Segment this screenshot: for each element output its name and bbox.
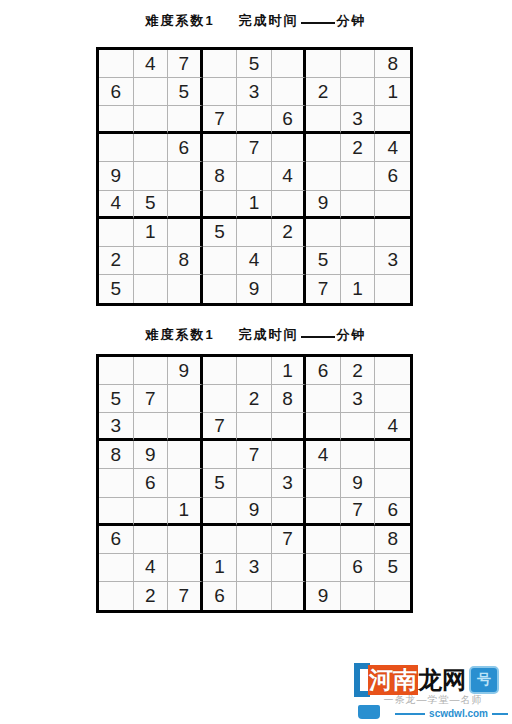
sudoku2-cell-r3c6	[272, 413, 307, 441]
sudoku2-cell-r9c3: 7	[168, 582, 203, 610]
sudoku1-cell-r3c2	[134, 106, 169, 134]
sudoku1-cell-r7c2: 1	[134, 219, 169, 247]
sudoku2-cell-r7c8	[341, 526, 376, 554]
sudoku1-cell-r6c6	[272, 191, 307, 219]
sudoku1-cell-r6c7: 9	[306, 191, 341, 219]
sudoku1-cell-r7c4: 5	[203, 219, 238, 247]
sudoku1-cell-r7c8	[341, 219, 376, 247]
sudoku1-cell-r9c3	[168, 275, 203, 303]
sudoku2-cell-r9c2: 2	[134, 582, 169, 610]
sudoku2-cell-r4c3	[168, 441, 203, 469]
sudoku1-cell-r5c5	[237, 162, 272, 190]
sudoku2-cell-r8c1	[99, 554, 134, 582]
sudoku2-cell-r8c3	[168, 554, 203, 582]
watermark-name-highlight: 河南	[368, 665, 418, 695]
sudoku2-cell-r2c3	[168, 385, 203, 413]
sudoku1-cell-r2c8	[341, 78, 376, 106]
sudoku2-cell-r9c1	[99, 582, 134, 610]
sudoku2-cell-r5c8: 9	[341, 469, 376, 497]
sudoku1-cell-r1c2: 4	[134, 50, 169, 78]
sudoku1-cell-r2c1: 6	[99, 78, 134, 106]
sudoku2-cell-r5c4: 5	[203, 469, 238, 497]
sudoku1-cell-r6c5: 1	[237, 191, 272, 219]
sudoku1-cell-r9c2	[134, 275, 169, 303]
sudoku1-cell-r5c9: 6	[375, 162, 410, 190]
sudoku1-cell-r2c5: 3	[237, 78, 272, 106]
puzzle-2-time-label: 完成时间	[239, 327, 299, 342]
sudoku2-cell-r5c6: 3	[272, 469, 307, 497]
sudoku2-cell-r3c1: 3	[99, 413, 134, 441]
puzzle-1-time-blank-line	[301, 22, 335, 24]
puzzle-1-time-label: 完成时间	[239, 13, 299, 28]
sudoku1-cell-r1c9: 8	[375, 50, 410, 78]
sudoku-worksheet-page: 难度系数1完成时间分钟 4758653217636724984645191522…	[0, 0, 512, 724]
sudoku2-cell-r2c6: 8	[272, 385, 307, 413]
sudoku1-cell-r9c8: 1	[341, 275, 376, 303]
sudoku2-cell-r5c1	[99, 469, 134, 497]
sudoku1-cell-r4c5: 7	[237, 134, 272, 162]
sudoku1-cell-r1c3: 7	[168, 50, 203, 78]
sudoku2-cell-r7c2	[134, 526, 169, 554]
sudoku1-cell-r6c4	[203, 191, 238, 219]
sudoku1-cell-r6c8	[341, 191, 376, 219]
sudoku2-cell-r6c1	[99, 498, 134, 526]
sudoku1-cell-r8c4	[203, 247, 238, 275]
sudoku1-cell-r8c1: 2	[99, 247, 134, 275]
sudoku1-cell-r3c4: 7	[203, 106, 238, 134]
sudoku2-cell-r6c8: 7	[341, 498, 376, 526]
watermark-dash-left	[395, 713, 425, 715]
sudoku1-cell-r2c4	[203, 78, 238, 106]
sudoku1-cell-r9c9	[375, 275, 410, 303]
sudoku2-cell-r1c2	[134, 357, 169, 385]
sudoku1-cell-r2c3: 5	[168, 78, 203, 106]
sudoku1-cell-r7c5	[237, 219, 272, 247]
sudoku1-cell-r8c5: 4	[237, 247, 272, 275]
sudoku1-cell-r7c3	[168, 219, 203, 247]
sudoku1-cell-r3c1	[99, 106, 134, 134]
sudoku2-cell-r1c4	[203, 357, 238, 385]
sudoku2-cell-r9c9	[375, 582, 410, 610]
sudoku1-cell-r4c1	[99, 134, 134, 162]
sudoku2-cell-r4c5: 7	[237, 441, 272, 469]
sudoku2-cell-r1c6: 1	[272, 357, 307, 385]
watermark-badge-icon: 号	[469, 666, 499, 694]
sudoku1-cell-r1c8	[341, 50, 376, 78]
sudoku2-cell-r1c1	[99, 357, 134, 385]
sudoku2-cell-r4c2: 9	[134, 441, 169, 469]
sudoku1-cell-r4c8: 2	[341, 134, 376, 162]
sudoku2-cell-r6c3: 1	[168, 498, 203, 526]
sudoku1-cell-r1c6	[272, 50, 307, 78]
sudoku2-cell-r8c7	[306, 554, 341, 582]
sudoku2-cell-r6c6	[272, 498, 307, 526]
sudoku2-cell-r9c4: 6	[203, 582, 238, 610]
sudoku2-cell-r3c4: 7	[203, 413, 238, 441]
sudoku1-cell-r1c7	[306, 50, 341, 78]
sudoku2-cell-r7c5	[237, 526, 272, 554]
sudoku2-cell-r4c1: 8	[99, 441, 134, 469]
sudoku2-cell-r6c5: 9	[237, 498, 272, 526]
sudoku-grid-2: 916257283374897465391976678413652769	[96, 354, 413, 613]
sudoku1-cell-r5c8	[341, 162, 376, 190]
sudoku1-cell-r3c8: 3	[341, 106, 376, 134]
sudoku2-cell-r4c7: 4	[306, 441, 341, 469]
sudoku1-cell-r5c1: 9	[99, 162, 134, 190]
sudoku1-cell-r1c1	[99, 50, 134, 78]
sudoku2-cell-r2c5: 2	[237, 385, 272, 413]
sudoku1-cell-r9c4	[203, 275, 238, 303]
puzzle-2-minutes-label: 分钟	[337, 327, 367, 342]
sudoku2-cell-r5c3	[168, 469, 203, 497]
sudoku2-cell-r9c7: 9	[306, 582, 341, 610]
sudoku1-cell-r2c9: 1	[375, 78, 410, 106]
sudoku2-cell-r4c6	[272, 441, 307, 469]
sudoku1-cell-r3c6: 6	[272, 106, 307, 134]
sudoku2-cell-r3c2	[134, 413, 169, 441]
puzzle-1-minutes-label: 分钟	[337, 13, 367, 28]
sudoku1-cell-r8c6	[272, 247, 307, 275]
sudoku1-cell-r3c3	[168, 106, 203, 134]
sudoku1-cell-r7c7	[306, 219, 341, 247]
puzzle-2-difficulty-label: 难度系数1	[145, 327, 214, 342]
sudoku2-cell-r8c9: 5	[375, 554, 410, 582]
sudoku1-cell-r8c9: 3	[375, 247, 410, 275]
sudoku2-cell-r3c7	[306, 413, 341, 441]
sudoku1-cell-r7c1	[99, 219, 134, 247]
sudoku2-cell-r2c4	[203, 385, 238, 413]
sudoku2-cell-r7c1: 6	[99, 526, 134, 554]
sudoku1-cell-r4c2	[134, 134, 169, 162]
sudoku2-cell-r7c9: 8	[375, 526, 410, 554]
sudoku2-cell-r7c3	[168, 526, 203, 554]
sudoku1-cell-r8c2	[134, 247, 169, 275]
watermark-dash-right	[492, 713, 508, 715]
sudoku1-cell-r6c2: 5	[134, 191, 169, 219]
sudoku2-cell-r3c8	[341, 413, 376, 441]
sudoku2-cell-r3c3	[168, 413, 203, 441]
watermark-name-rest: 龙网	[418, 664, 466, 696]
sudoku2-cell-r6c2	[134, 498, 169, 526]
sudoku-grid-1: 475865321763672498464519152284535971	[96, 47, 413, 306]
sudoku2-cell-r5c9	[375, 469, 410, 497]
sudoku1-cell-r3c7	[306, 106, 341, 134]
sudoku1-cell-r5c3	[168, 162, 203, 190]
puzzle-2-time-blank-line	[301, 336, 335, 338]
sudoku1-cell-r5c7	[306, 162, 341, 190]
sudoku2-cell-r1c7: 6	[306, 357, 341, 385]
sudoku1-cell-r2c6	[272, 78, 307, 106]
sudoku2-cell-r2c2: 7	[134, 385, 169, 413]
sudoku1-cell-r9c7: 7	[306, 275, 341, 303]
sudoku1-cell-r9c1: 5	[99, 275, 134, 303]
sudoku2-cell-r5c7	[306, 469, 341, 497]
sudoku1-cell-r7c6: 2	[272, 219, 307, 247]
sudoku2-cell-r5c2: 6	[134, 469, 169, 497]
sudoku1-cell-r1c5: 5	[237, 50, 272, 78]
sudoku1-cell-r4c9: 4	[375, 134, 410, 162]
sudoku1-cell-r6c9	[375, 191, 410, 219]
sudoku2-cell-r3c9: 4	[375, 413, 410, 441]
sudoku1-cell-r9c5: 9	[237, 275, 272, 303]
sudoku2-cell-r8c8: 6	[341, 554, 376, 582]
sudoku1-cell-r4c4	[203, 134, 238, 162]
sudoku2-cell-r2c7	[306, 385, 341, 413]
sudoku2-cell-r8c4: 1	[203, 554, 238, 582]
sudoku2-cell-r1c5	[237, 357, 272, 385]
sudoku2-cell-r9c5	[237, 582, 272, 610]
sudoku2-cell-r8c2: 4	[134, 554, 169, 582]
sudoku2-cell-r7c6: 7	[272, 526, 307, 554]
sudoku2-cell-r5c5	[237, 469, 272, 497]
sudoku2-cell-r6c7	[306, 498, 341, 526]
sudoku1-cell-r4c7	[306, 134, 341, 162]
watermark-foot-icon	[358, 705, 380, 719]
sudoku2-cell-r2c8: 3	[341, 385, 376, 413]
sudoku2-cell-r1c3: 9	[168, 357, 203, 385]
sudoku2-cell-r9c8	[341, 582, 376, 610]
sudoku1-cell-r1c4	[203, 50, 238, 78]
watermark-url: scwdwl.com	[429, 708, 488, 719]
sudoku2-cell-r2c9	[375, 385, 410, 413]
sudoku2-cell-r7c4	[203, 526, 238, 554]
sudoku2-cell-r1c9	[375, 357, 410, 385]
sudoku1-cell-r4c3: 6	[168, 134, 203, 162]
sudoku1-cell-r5c4: 8	[203, 162, 238, 190]
sudoku1-cell-r8c7: 5	[306, 247, 341, 275]
sudoku1-cell-r9c6	[272, 275, 307, 303]
sudoku2-cell-r9c6	[272, 582, 307, 610]
sudoku1-cell-r8c8	[341, 247, 376, 275]
sudoku1-cell-r7c9	[375, 219, 410, 247]
puzzle-1-title: 难度系数1完成时间分钟	[0, 12, 512, 30]
sudoku1-cell-r2c2	[134, 78, 169, 106]
sudoku2-cell-r4c8	[341, 441, 376, 469]
sudoku1-cell-r8c3: 8	[168, 247, 203, 275]
sudoku1-cell-r4c6	[272, 134, 307, 162]
sudoku2-cell-r8c6	[272, 554, 307, 582]
sudoku2-cell-r6c4	[203, 498, 238, 526]
sudoku1-cell-r3c9	[375, 106, 410, 134]
sudoku2-cell-r6c9: 6	[375, 498, 410, 526]
sudoku2-cell-r8c5: 3	[237, 554, 272, 582]
sudoku2-cell-r4c9	[375, 441, 410, 469]
puzzle-2-title: 难度系数1完成时间分钟	[0, 326, 512, 344]
sudoku1-cell-r6c3	[168, 191, 203, 219]
sudoku2-cell-r1c8: 2	[341, 357, 376, 385]
sudoku2-cell-r7c7	[306, 526, 341, 554]
sudoku1-cell-r2c7: 2	[306, 78, 341, 106]
sudoku1-cell-r3c5	[237, 106, 272, 134]
sudoku1-cell-r6c1: 4	[99, 191, 134, 219]
sudoku2-cell-r2c1: 5	[99, 385, 134, 413]
sudoku1-cell-r5c2	[134, 162, 169, 190]
sudoku2-cell-r3c5	[237, 413, 272, 441]
watermark: 河南 龙网 号 一条龙—学堂—名师 scwdwl.com	[354, 662, 512, 719]
puzzle-1-difficulty-label: 难度系数1	[145, 13, 214, 28]
sudoku2-cell-r4c4	[203, 441, 238, 469]
sudoku1-cell-r5c6: 4	[272, 162, 307, 190]
